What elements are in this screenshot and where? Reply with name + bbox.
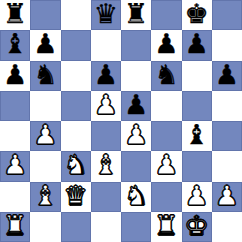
square-c1[interactable] [61, 212, 91, 242]
white-pawn: ♟ [33, 121, 57, 150]
black-pawn: ♟ [124, 91, 148, 120]
square-b3[interactable] [30, 151, 60, 181]
square-c2[interactable]: ♛ [61, 182, 91, 212]
square-f4[interactable] [151, 121, 181, 151]
white-knight: ♞ [64, 151, 88, 180]
square-h5[interactable] [212, 91, 242, 121]
square-d8[interactable]: ♛ [91, 0, 121, 30]
square-a8[interactable]: ♜ [0, 0, 30, 30]
square-g6[interactable] [182, 61, 212, 91]
white-pawn: ♟ [94, 91, 118, 120]
square-b2[interactable]: ♝ [30, 182, 60, 212]
square-h4[interactable] [212, 121, 242, 151]
square-g4[interactable]: ♝ [182, 121, 212, 151]
square-a5[interactable] [0, 91, 30, 121]
black-queen: ♛ [94, 0, 118, 29]
square-d6[interactable]: ♟ [91, 61, 121, 91]
square-e1[interactable] [121, 212, 151, 242]
white-pawn: ♟ [215, 182, 239, 211]
square-h2[interactable]: ♟ [212, 182, 242, 212]
black-rook: ♜ [124, 0, 148, 29]
black-knight: ♞ [33, 61, 57, 90]
black-pawn: ♟ [215, 61, 239, 90]
square-e3[interactable] [121, 151, 151, 181]
square-e8[interactable]: ♜ [121, 0, 151, 30]
black-pawn: ♟ [3, 61, 27, 90]
square-b1[interactable] [30, 212, 60, 242]
square-b7[interactable]: ♟ [30, 30, 60, 60]
square-c7[interactable] [61, 30, 91, 60]
black-pawn: ♟ [33, 30, 57, 59]
square-e2[interactable]: ♞ [121, 182, 151, 212]
square-d4[interactable] [91, 121, 121, 151]
square-h8[interactable] [212, 0, 242, 30]
square-h6[interactable]: ♟ [212, 61, 242, 91]
square-c8[interactable] [61, 0, 91, 30]
white-pawn: ♟ [3, 151, 27, 180]
square-f1[interactable]: ♜ [151, 212, 181, 242]
square-a4[interactable] [0, 121, 30, 151]
black-bishop: ♝ [3, 30, 27, 59]
square-f3[interactable]: ♟ [151, 151, 181, 181]
square-c3[interactable]: ♞ [61, 151, 91, 181]
square-a6[interactable]: ♟ [0, 61, 30, 91]
square-h7[interactable] [212, 30, 242, 60]
square-e7[interactable] [121, 30, 151, 60]
square-a7[interactable]: ♝ [0, 30, 30, 60]
black-pawn: ♟ [185, 30, 209, 59]
square-h3[interactable] [212, 151, 242, 181]
chess-board: ♜♛♜♚♝♟♟♟♟♞♟♞♟♟♟♟♟♝♟♞♝♟♝♛♞♟♟♜♜♚ [0, 0, 242, 242]
square-d7[interactable] [91, 30, 121, 60]
square-b5[interactable] [30, 91, 60, 121]
black-king: ♚ [185, 0, 209, 29]
square-a3[interactable]: ♟ [0, 151, 30, 181]
square-g3[interactable] [182, 151, 212, 181]
white-rook: ♜ [3, 212, 27, 241]
square-f6[interactable]: ♞ [151, 61, 181, 91]
square-c4[interactable] [61, 121, 91, 151]
black-rook: ♜ [3, 0, 27, 29]
black-knight: ♞ [154, 61, 178, 90]
black-bishop: ♝ [185, 121, 209, 150]
square-b4[interactable]: ♟ [30, 121, 60, 151]
square-g8[interactable]: ♚ [182, 0, 212, 30]
square-e4[interactable]: ♟ [121, 121, 151, 151]
white-king: ♚ [185, 212, 209, 241]
square-d2[interactable] [91, 182, 121, 212]
square-e5[interactable]: ♟ [121, 91, 151, 121]
square-b6[interactable]: ♞ [30, 61, 60, 91]
white-pawn: ♟ [124, 121, 148, 150]
square-g7[interactable]: ♟ [182, 30, 212, 60]
white-queen: ♛ [64, 182, 88, 211]
square-f7[interactable]: ♟ [151, 30, 181, 60]
square-e6[interactable] [121, 61, 151, 91]
square-g2[interactable]: ♟ [182, 182, 212, 212]
square-c5[interactable] [61, 91, 91, 121]
black-pawn: ♟ [94, 61, 118, 90]
square-f8[interactable] [151, 0, 181, 30]
square-d3[interactable]: ♝ [91, 151, 121, 181]
white-knight: ♞ [124, 182, 148, 211]
white-rook: ♜ [154, 212, 178, 241]
square-g5[interactable] [182, 91, 212, 121]
square-g1[interactable]: ♚ [182, 212, 212, 242]
white-pawn: ♟ [154, 151, 178, 180]
square-d5[interactable]: ♟ [91, 91, 121, 121]
square-a2[interactable] [0, 182, 30, 212]
square-h1[interactable] [212, 212, 242, 242]
square-f2[interactable] [151, 182, 181, 212]
square-c6[interactable] [61, 61, 91, 91]
square-f5[interactable] [151, 91, 181, 121]
square-a1[interactable]: ♜ [0, 212, 30, 242]
square-b8[interactable] [30, 0, 60, 30]
black-pawn: ♟ [154, 30, 178, 59]
white-pawn: ♟ [185, 182, 209, 211]
white-bishop: ♝ [33, 182, 57, 211]
white-bishop: ♝ [94, 151, 118, 180]
square-d1[interactable] [91, 212, 121, 242]
